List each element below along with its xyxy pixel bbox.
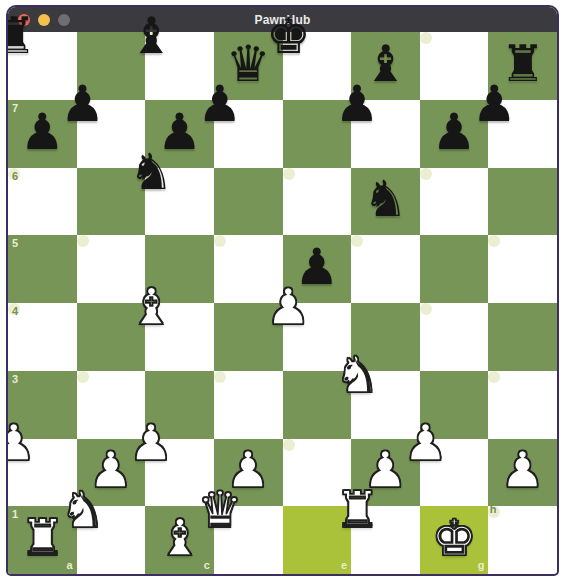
square-g2[interactable]: ♟ [420, 439, 432, 451]
square-d6[interactable] [214, 168, 283, 236]
white-pawn[interactable]: ♟ [500, 445, 545, 495]
black-pawn[interactable]: ♟ [432, 107, 477, 157]
square-f5[interactable] [351, 235, 363, 247]
file-label-g: g [478, 560, 485, 571]
square-h1[interactable]: h [488, 506, 500, 518]
app-window: PawnHub 8♜♝♛♚♝♜7♟♟♟♟♟♟♟6♞♞5♟4♝♟3♞2♟♟♟♟♟♟… [6, 5, 559, 576]
white-rook[interactable]: ♜ [20, 513, 65, 563]
black-pawn[interactable]: ♟ [472, 79, 517, 129]
square-d7[interactable]: ♟ [214, 100, 226, 112]
black-bishop[interactable]: ♝ [129, 11, 174, 61]
zoom-button[interactable] [58, 14, 70, 26]
black-pawn[interactable]: ♟ [20, 107, 65, 157]
square-a5[interactable]: 5 [8, 235, 77, 303]
square-d5[interactable] [214, 235, 226, 247]
white-pawn[interactable]: ♟ [403, 418, 448, 468]
chess-board: 8♜♝♛♚♝♜7♟♟♟♟♟♟♟6♞♞5♟4♝♟3♞2♟♟♟♟♟♟♟1a♜b♞c♝… [8, 32, 557, 574]
square-c4[interactable]: ♝ [145, 303, 157, 315]
black-king[interactable]: ♚ [266, 11, 311, 61]
square-h7[interactable]: ♟ [488, 100, 500, 112]
square-d1[interactable]: d♛ [214, 506, 226, 518]
black-pawn[interactable]: ♟ [197, 79, 242, 129]
rank-label-1: 1 [12, 509, 18, 520]
rank-label-4: 4 [12, 306, 18, 317]
square-b1[interactable]: b♞ [77, 506, 89, 518]
square-c8[interactable]: ♝ [145, 32, 157, 44]
rank-label-5: 5 [12, 238, 18, 249]
white-king[interactable]: ♚ [432, 513, 477, 563]
square-e8[interactable]: ♚ [283, 32, 295, 44]
square-a4[interactable]: 4 [8, 303, 20, 315]
square-g6[interactable] [420, 168, 432, 180]
square-h4[interactable] [488, 303, 557, 371]
white-pawn[interactable]: ♟ [6, 418, 36, 468]
file-label-c: c [204, 560, 210, 571]
square-c6[interactable]: ♞ [145, 168, 157, 180]
file-label-e: e [341, 560, 347, 571]
rank-label-6: 6 [12, 171, 18, 182]
white-pawn[interactable]: ♟ [266, 282, 311, 332]
square-e6[interactable] [283, 168, 295, 180]
white-rook[interactable]: ♜ [335, 485, 380, 535]
square-b7[interactable]: ♟ [77, 100, 89, 112]
square-h3[interactable] [488, 371, 500, 383]
square-b3[interactable] [77, 371, 89, 383]
square-g1[interactable]: g♚ [420, 506, 489, 574]
minimize-button[interactable] [38, 14, 50, 26]
white-bishop[interactable]: ♝ [129, 282, 174, 332]
square-e4[interactable]: ♟ [283, 303, 295, 315]
black-pawn[interactable]: ♟ [335, 79, 380, 129]
square-f6[interactable]: ♞ [351, 168, 420, 236]
square-a6[interactable]: 6 [8, 168, 20, 180]
square-f7[interactable]: ♟ [351, 100, 363, 112]
file-label-h: h [490, 504, 497, 515]
black-knight[interactable]: ♞ [363, 174, 408, 224]
black-pawn[interactable]: ♟ [60, 79, 105, 129]
rank-label-7: 7 [12, 103, 18, 114]
square-h5[interactable] [488, 235, 500, 247]
square-a8[interactable]: 8♜ [8, 32, 20, 44]
square-h2[interactable]: ♟ [488, 439, 557, 507]
white-pawn[interactable]: ♟ [129, 418, 174, 468]
rank-label-3: 3 [12, 374, 18, 385]
square-g4[interactable] [420, 303, 432, 315]
white-bishop[interactable]: ♝ [157, 513, 202, 563]
square-g5[interactable] [420, 235, 489, 303]
square-c2[interactable]: ♟ [145, 439, 157, 451]
file-label-a: a [67, 560, 73, 571]
square-f1[interactable]: f♜ [351, 506, 363, 518]
square-h6[interactable] [488, 168, 557, 236]
white-knight[interactable]: ♞ [335, 350, 380, 400]
square-b5[interactable] [77, 235, 89, 247]
square-e2[interactable] [283, 439, 295, 451]
white-knight[interactable]: ♞ [60, 485, 105, 535]
black-rook[interactable]: ♜ [6, 11, 36, 61]
square-f3[interactable]: ♞ [351, 371, 363, 383]
square-g8[interactable] [420, 32, 432, 44]
white-queen[interactable]: ♛ [197, 485, 242, 535]
black-knight[interactable]: ♞ [129, 147, 174, 197]
square-a2[interactable]: 2♟ [8, 439, 20, 451]
square-d3[interactable] [214, 371, 226, 383]
